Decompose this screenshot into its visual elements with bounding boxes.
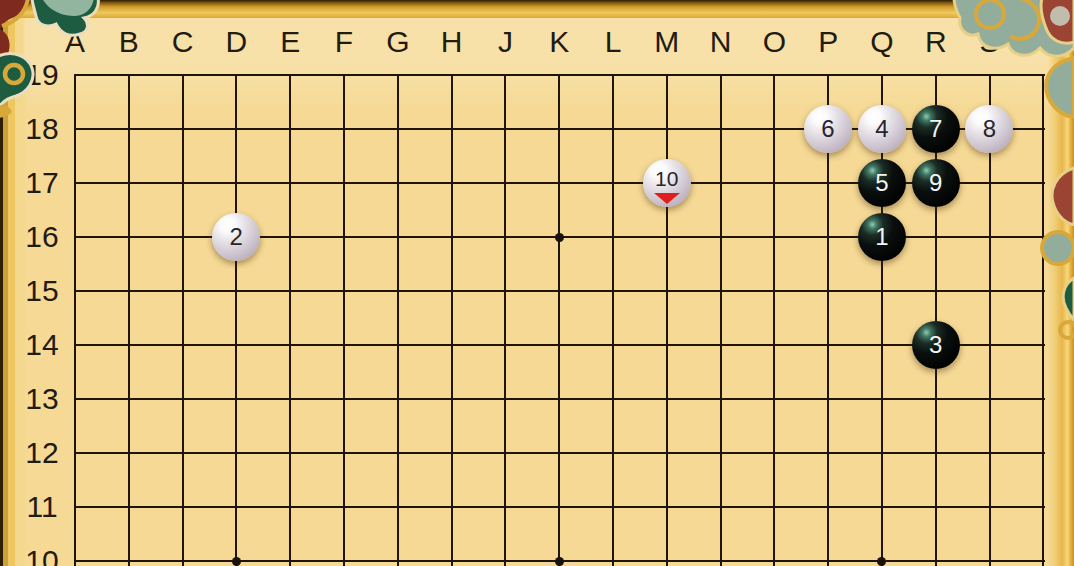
stone-d16[interactable]: 2	[212, 213, 260, 261]
stone-m17[interactable]: 10	[643, 159, 691, 207]
star-point	[232, 557, 241, 566]
cloud-ornament-top-left-icon	[0, 0, 110, 120]
move-number: 4	[875, 117, 888, 141]
stone-q17[interactable]: 5	[858, 159, 906, 207]
move-number: 10	[655, 168, 678, 189]
go-board[interactable]: 12345678910	[48, 48, 1070, 566]
move-number: 2	[230, 225, 243, 249]
move-number: 6	[821, 117, 834, 141]
stone-p18[interactable]: 6	[804, 105, 852, 153]
stone-q18[interactable]: 4	[858, 105, 906, 153]
star-point	[555, 557, 564, 566]
move-number: 1	[875, 225, 888, 249]
last-move-triangle-icon	[654, 193, 680, 204]
stone-q16[interactable]: 1	[858, 213, 906, 261]
go-board-screenshot: ABCDEFGHJKLMNOPQRST 19181716151413121110…	[0, 0, 1074, 566]
move-number: 5	[875, 171, 888, 195]
star-point	[555, 233, 564, 242]
cloud-ornament-top-right-icon	[924, 0, 1074, 343]
gold-border-top	[0, 0, 1074, 18]
star-point	[877, 557, 886, 566]
